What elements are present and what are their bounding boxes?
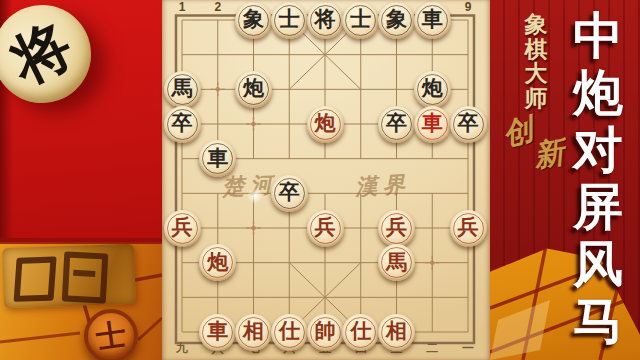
piece-red-elephant[interactable]: 相 [235, 314, 272, 351]
piece-black-soldier[interactable]: 卒 [450, 106, 487, 143]
file-label-bottom-1: 九 [174, 340, 190, 357]
piece-red-soldier[interactable]: 兵 [307, 210, 344, 247]
file-label-top-2: 2 [210, 0, 226, 14]
piece-glyph: 炮 [243, 74, 264, 102]
piece-glyph: 相 [243, 317, 264, 345]
piece-glyph: 車 [207, 317, 228, 345]
left-decor-panel: 将 士 [0, 0, 162, 360]
piece-black-elephant[interactable]: 象 [378, 2, 415, 39]
piece-red-chariot[interactable]: 車 [199, 314, 236, 351]
piece-glyph: 士 [279, 5, 300, 33]
piece-red-chariot[interactable]: 車 [414, 106, 451, 143]
piece-glyph: 車 [422, 5, 443, 33]
piece-glyph: 仕 [279, 317, 300, 345]
piece-black-horse[interactable]: 馬 [164, 71, 201, 108]
xiangqi-app-screen: 将 士 楚河 漢界 123456789九八七六五四三二一 象士将士象車馬炮炮卒炮… [0, 0, 640, 360]
piece-glyph: 卒 [279, 178, 300, 206]
piece-glyph: 馬 [386, 248, 407, 276]
carved-mark [14, 256, 57, 302]
piece-glyph: 炮 [315, 109, 336, 137]
piece-red-soldier[interactable]: 兵 [450, 210, 487, 247]
piece-red-soldier[interactable]: 兵 [164, 210, 201, 247]
piece-red-elephant[interactable]: 相 [378, 314, 415, 351]
piece-red-horse[interactable]: 馬 [378, 244, 415, 281]
stamp-char-2: 新 [531, 132, 567, 177]
piece-black-general[interactable]: 将 [307, 2, 344, 39]
gold-plaque [2, 244, 136, 309]
decor-advisor-glyph: 士 [93, 314, 128, 359]
piece-black-chariot[interactable]: 車 [414, 2, 451, 39]
piece-glyph: 将 [315, 5, 336, 33]
piece-glyph: 兵 [315, 213, 336, 241]
piece-glyph: 兵 [386, 213, 407, 241]
file-label-bottom-9: 一 [460, 340, 476, 357]
piece-glyph: 炮 [422, 74, 443, 102]
gold-scene-background: 士 [0, 242, 162, 360]
file-label-top-1: 1 [174, 0, 190, 14]
piece-red-advisor[interactable]: 仕 [271, 314, 308, 351]
xiangqi-board[interactable]: 楚河 漢界 123456789九八七六五四三二一 象士将士象車馬炮炮卒炮卒車卒車… [162, 0, 490, 360]
banner-subtitle: 象棋大师 [523, 13, 549, 111]
piece-glyph: 炮 [207, 248, 228, 276]
piece-glyph: 相 [386, 317, 407, 345]
piece-glyph: 馬 [172, 74, 193, 102]
piece-glyph: 帥 [315, 317, 336, 345]
piece-glyph: 仕 [350, 317, 371, 345]
piece-glyph: 象 [243, 5, 264, 33]
piece-glyph: 車 [207, 144, 228, 172]
piece-glyph: 卒 [386, 109, 407, 137]
decor-advisor-piece: 士 [84, 309, 138, 360]
piece-black-soldier[interactable]: 卒 [271, 175, 308, 212]
piece-black-cannon[interactable]: 炮 [235, 71, 272, 108]
right-banner-panel: 象棋大师 创 新 中炮对屏风马 [490, 0, 640, 360]
piece-glyph: 卒 [172, 109, 193, 137]
move-sparkle-effect [247, 188, 263, 204]
piece-glyph: 卒 [458, 109, 479, 137]
banner-title: 中炮对屏风马 [571, 8, 625, 350]
piece-glyph: 士 [350, 5, 371, 33]
piece-glyph: 兵 [172, 213, 193, 241]
piece-red-general[interactable]: 帥 [307, 314, 344, 351]
piece-glyph: 兵 [458, 213, 479, 241]
piece-black-cannon[interactable]: 炮 [414, 71, 451, 108]
piece-black-soldier[interactable]: 卒 [164, 106, 201, 143]
piece-red-advisor[interactable]: 仕 [342, 314, 379, 351]
piece-black-advisor[interactable]: 士 [271, 2, 308, 39]
piece-red-cannon[interactable]: 炮 [307, 106, 344, 143]
carved-mark [62, 251, 109, 303]
file-label-bottom-8: 二 [424, 340, 440, 357]
piece-black-elephant[interactable]: 象 [235, 2, 272, 39]
river-label-right: 漢界 [354, 170, 411, 203]
piece-black-soldier[interactable]: 卒 [378, 106, 415, 143]
board-grid [162, 0, 490, 360]
piece-red-soldier[interactable]: 兵 [378, 210, 415, 247]
decor-general-glyph: 将 [0, 6, 85, 102]
piece-black-advisor[interactable]: 士 [342, 2, 379, 39]
piece-glyph: 車 [422, 109, 443, 137]
file-label-top-9: 9 [460, 0, 476, 14]
piece-glyph: 象 [386, 5, 407, 33]
